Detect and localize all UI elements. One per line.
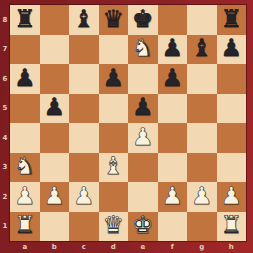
file-labels: abcdefgh: [10, 241, 246, 253]
square-h7[interactable]: ♟: [217, 35, 247, 65]
square-c2[interactable]: ♟: [69, 182, 99, 212]
rank-label-8: 8: [0, 5, 10, 35]
square-g1[interactable]: [187, 212, 217, 242]
square-h3[interactable]: [217, 153, 247, 183]
square-d3[interactable]: ♝: [99, 153, 129, 183]
square-d5[interactable]: [99, 94, 129, 124]
square-g5[interactable]: [187, 94, 217, 124]
white-king-e1[interactable]: ♚: [132, 213, 154, 237]
square-e5[interactable]: ♟: [128, 94, 158, 124]
square-g4[interactable]: [187, 123, 217, 153]
square-d6[interactable]: ♟: [99, 64, 129, 94]
black-rook-h8[interactable]: ♜: [220, 7, 242, 31]
black-bishop-g7[interactable]: ♝: [191, 36, 213, 60]
square-d8[interactable]: ♛: [99, 5, 129, 35]
square-b1[interactable]: [40, 212, 70, 242]
black-queen-d8[interactable]: ♛: [102, 7, 124, 31]
square-b4[interactable]: [40, 123, 70, 153]
black-pawn-e5[interactable]: ♟: [132, 95, 154, 119]
file-label-g: g: [187, 241, 217, 253]
file-label-e: e: [128, 241, 158, 253]
square-d2[interactable]: [99, 182, 129, 212]
white-pawn-b2[interactable]: ♟: [43, 184, 65, 208]
square-f1[interactable]: [158, 212, 188, 242]
square-f3[interactable]: [158, 153, 188, 183]
square-e7[interactable]: ♞: [128, 35, 158, 65]
square-e2[interactable]: [128, 182, 158, 212]
square-b3[interactable]: [40, 153, 70, 183]
square-g6[interactable]: [187, 64, 217, 94]
square-a7[interactable]: [10, 35, 40, 65]
square-c4[interactable]: [69, 123, 99, 153]
square-d7[interactable]: [99, 35, 129, 65]
square-e4[interactable]: ♟: [128, 123, 158, 153]
white-pawn-f2[interactable]: ♟: [161, 184, 183, 208]
square-a8[interactable]: ♜: [10, 5, 40, 35]
square-g8[interactable]: [187, 5, 217, 35]
file-label-b: b: [40, 241, 70, 253]
square-f8[interactable]: [158, 5, 188, 35]
file-label-c: c: [69, 241, 99, 253]
rank-label-7: 7: [0, 35, 10, 65]
black-pawn-b5[interactable]: ♟: [43, 95, 65, 119]
rank-label-2: 2: [0, 182, 10, 212]
white-knight-e7[interactable]: ♞: [132, 36, 154, 60]
square-g2[interactable]: ♟: [187, 182, 217, 212]
black-pawn-h7[interactable]: ♟: [220, 36, 242, 60]
square-b2[interactable]: ♟: [40, 182, 70, 212]
square-a5[interactable]: [10, 94, 40, 124]
square-b5[interactable]: ♟: [40, 94, 70, 124]
rank-label-6: 6: [0, 64, 10, 94]
white-rook-a1[interactable]: ♜: [14, 213, 36, 237]
square-d1[interactable]: ♛: [99, 212, 129, 242]
square-c5[interactable]: [69, 94, 99, 124]
square-h6[interactable]: [217, 64, 247, 94]
white-pawn-h2[interactable]: ♟: [220, 184, 242, 208]
black-rook-a8[interactable]: ♜: [14, 7, 36, 31]
square-e1[interactable]: ♚: [128, 212, 158, 242]
square-f4[interactable]: [158, 123, 188, 153]
square-d4[interactable]: [99, 123, 129, 153]
white-pawn-e4[interactable]: ♟: [132, 125, 154, 149]
square-h5[interactable]: [217, 94, 247, 124]
rank-label-1: 1: [0, 212, 10, 242]
black-pawn-f6[interactable]: ♟: [161, 66, 183, 90]
white-queen-d1[interactable]: ♛: [102, 213, 124, 237]
white-knight-a3[interactable]: ♞: [14, 154, 36, 178]
file-label-a: a: [10, 241, 40, 253]
file-label-d: d: [99, 241, 129, 253]
square-c6[interactable]: [69, 64, 99, 94]
black-pawn-a6[interactable]: ♟: [14, 66, 36, 90]
rank-labels: 87654321: [0, 5, 10, 241]
square-a4[interactable]: [10, 123, 40, 153]
rank-label-3: 3: [0, 153, 10, 183]
black-bishop-c8[interactable]: ♝: [73, 7, 95, 31]
square-h2[interactable]: ♟: [217, 182, 247, 212]
square-c8[interactable]: ♝: [69, 5, 99, 35]
square-f7[interactable]: ♟: [158, 35, 188, 65]
black-pawn-d6[interactable]: ♟: [102, 66, 124, 90]
white-rook-h1[interactable]: ♜: [220, 213, 242, 237]
chess-board-frame: 87654321 ♜♝♛♚♜♞♟♝♟♟♟♟♟♟♟♞♝♟♟♟♟♟♟♜♛♚♜ abc…: [0, 0, 253, 253]
square-a3[interactable]: ♞: [10, 153, 40, 183]
black-king-e8[interactable]: ♚: [132, 7, 154, 31]
square-e3[interactable]: [128, 153, 158, 183]
square-h1[interactable]: ♜: [217, 212, 247, 242]
square-c3[interactable]: [69, 153, 99, 183]
square-a1[interactable]: ♜: [10, 212, 40, 242]
square-b6[interactable]: [40, 64, 70, 94]
square-b7[interactable]: [40, 35, 70, 65]
square-c1[interactable]: [69, 212, 99, 242]
rank-label-5: 5: [0, 94, 10, 124]
square-h8[interactable]: ♜: [217, 5, 247, 35]
file-label-f: f: [158, 241, 188, 253]
black-pawn-f7[interactable]: ♟: [161, 36, 183, 60]
square-b8[interactable]: [40, 5, 70, 35]
square-e6[interactable]: [128, 64, 158, 94]
square-a6[interactable]: ♟: [10, 64, 40, 94]
square-g7[interactable]: ♝: [187, 35, 217, 65]
white-pawn-a2[interactable]: ♟: [14, 184, 36, 208]
file-label-h: h: [217, 241, 247, 253]
white-bishop-d3[interactable]: ♝: [102, 154, 124, 178]
square-c7[interactable]: [69, 35, 99, 65]
square-g3[interactable]: [187, 153, 217, 183]
rank-label-4: 4: [0, 123, 10, 153]
white-pawn-c2[interactable]: ♟: [73, 184, 95, 208]
square-f5[interactable]: [158, 94, 188, 124]
chess-board: ♜♝♛♚♜♞♟♝♟♟♟♟♟♟♟♞♝♟♟♟♟♟♟♜♛♚♜: [10, 5, 246, 241]
square-f2[interactable]: ♟: [158, 182, 188, 212]
square-f6[interactable]: ♟: [158, 64, 188, 94]
white-pawn-g2[interactable]: ♟: [191, 184, 213, 208]
square-e8[interactable]: ♚: [128, 5, 158, 35]
square-h4[interactable]: [217, 123, 247, 153]
square-a2[interactable]: ♟: [10, 182, 40, 212]
